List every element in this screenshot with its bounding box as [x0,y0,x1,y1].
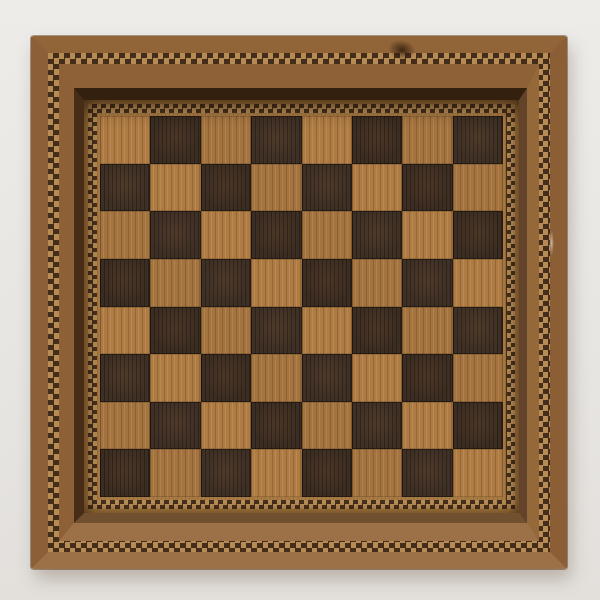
checkerboard-grid [100,116,503,497]
square-f1 [352,449,402,497]
square-g1 [402,449,452,497]
square-h3 [453,354,503,402]
square-g8 [402,116,452,164]
board-margin [97,113,506,500]
square-c8 [201,116,251,164]
square-d2 [251,402,301,450]
square-g2 [402,402,452,450]
square-a8 [100,116,150,164]
board-well [84,100,519,513]
square-e3 [302,354,352,402]
square-h1 [453,449,503,497]
square-b6 [150,211,200,259]
square-g7 [402,164,452,212]
square-e5 [302,259,352,307]
square-d4 [251,307,301,355]
square-c3 [201,354,251,402]
square-a3 [100,354,150,402]
frame-bevel [74,88,527,523]
wooden-frame [31,36,567,569]
square-d3 [251,354,301,402]
square-h2 [453,402,503,450]
square-a7 [100,164,150,212]
square-e6 [302,211,352,259]
square-h8 [453,116,503,164]
frame-inner-face [59,64,539,541]
square-c7 [201,164,251,212]
square-f5 [352,259,402,307]
square-g5 [402,259,452,307]
square-e1 [302,449,352,497]
square-b2 [150,402,200,450]
square-h6 [453,211,503,259]
square-d1 [251,449,301,497]
square-e8 [302,116,352,164]
square-b3 [150,354,200,402]
square-g6 [402,211,452,259]
square-b7 [150,164,200,212]
square-a5 [100,259,150,307]
checker-inlay-border [88,104,515,509]
frame-scuff [549,230,554,256]
square-b5 [150,259,200,307]
square-d6 [251,211,301,259]
square-h4 [453,307,503,355]
square-d7 [251,164,301,212]
square-b8 [150,116,200,164]
square-c4 [201,307,251,355]
square-f7 [352,164,402,212]
square-c5 [201,259,251,307]
square-b4 [150,307,200,355]
square-a4 [100,307,150,355]
square-a6 [100,211,150,259]
square-f4 [352,307,402,355]
square-f3 [352,354,402,402]
square-e4 [302,307,352,355]
square-g3 [402,354,452,402]
square-f2 [352,402,402,450]
square-a1 [100,449,150,497]
square-c6 [201,211,251,259]
checker-inlay-band [48,53,550,552]
square-h5 [453,259,503,307]
square-c1 [201,449,251,497]
square-e2 [302,402,352,450]
square-d5 [251,259,301,307]
square-c2 [201,402,251,450]
square-d8 [251,116,301,164]
square-e7 [302,164,352,212]
board-photo [0,0,600,600]
square-f8 [352,116,402,164]
square-g4 [402,307,452,355]
square-a2 [100,402,150,450]
square-f6 [352,211,402,259]
square-b1 [150,449,200,497]
square-h7 [453,164,503,212]
